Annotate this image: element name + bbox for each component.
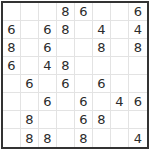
cell-r4c2[interactable] — [21, 57, 39, 75]
cell-r7c1[interactable] — [3, 111, 21, 129]
cell-r6c8[interactable]: 6 — [129, 93, 147, 111]
cell-r8c6[interactable] — [93, 129, 111, 147]
cell-r3c5[interactable] — [75, 39, 93, 57]
cell-r8c5[interactable]: 8 — [75, 129, 93, 147]
puzzle-board: 86666844868864866666468688884 — [1, 1, 149, 149]
cell-r2c6[interactable]: 4 — [93, 21, 111, 39]
cell-r4c4[interactable]: 8 — [57, 57, 75, 75]
cell-r5c1[interactable] — [3, 75, 21, 93]
cell-r6c3[interactable]: 6 — [39, 93, 57, 111]
cell-r5c5[interactable] — [75, 75, 93, 93]
cell-r1c8[interactable]: 6 — [129, 3, 147, 21]
puzzle-page: 86666844868864866666468688884 — [0, 0, 150, 150]
cell-r6c2[interactable] — [21, 93, 39, 111]
cell-r4c1[interactable]: 6 — [3, 57, 21, 75]
cell-r2c4[interactable]: 8 — [57, 21, 75, 39]
cell-r3c1[interactable]: 8 — [3, 39, 21, 57]
cell-r7c2[interactable]: 8 — [21, 111, 39, 129]
cell-r8c2[interactable]: 8 — [21, 129, 39, 147]
cell-r5c4[interactable]: 6 — [57, 75, 75, 93]
cell-r5c3[interactable] — [39, 75, 57, 93]
cell-r4c6[interactable] — [93, 57, 111, 75]
cell-r2c3[interactable]: 6 — [39, 21, 57, 39]
cell-r8c3[interactable]: 8 — [39, 129, 57, 147]
cell-r7c3[interactable] — [39, 111, 57, 129]
cell-r3c4[interactable] — [57, 39, 75, 57]
cell-r5c6[interactable]: 6 — [93, 75, 111, 93]
cell-r3c7[interactable] — [111, 39, 129, 57]
cell-r8c4[interactable] — [57, 129, 75, 147]
cell-r8c8[interactable]: 4 — [129, 129, 147, 147]
cell-r3c8[interactable]: 8 — [129, 39, 147, 57]
cell-r1c5[interactable]: 6 — [75, 3, 93, 21]
cell-r5c7[interactable] — [111, 75, 129, 93]
cell-r7c4[interactable] — [57, 111, 75, 129]
cell-r6c4[interactable] — [57, 93, 75, 111]
cell-r4c5[interactable] — [75, 57, 93, 75]
cell-r7c5[interactable]: 6 — [75, 111, 93, 129]
cell-r4c8[interactable] — [129, 57, 147, 75]
cell-r1c2[interactable] — [21, 3, 39, 21]
cell-r2c5[interactable] — [75, 21, 93, 39]
cell-r8c7[interactable] — [111, 129, 129, 147]
cell-r1c4[interactable]: 8 — [57, 3, 75, 21]
cell-r5c2[interactable]: 6 — [21, 75, 39, 93]
cell-r3c2[interactable] — [21, 39, 39, 57]
cell-r6c6[interactable] — [93, 93, 111, 111]
cell-r2c2[interactable] — [21, 21, 39, 39]
cell-r1c7[interactable] — [111, 3, 129, 21]
cell-r7c8[interactable] — [129, 111, 147, 129]
cell-r6c1[interactable] — [3, 93, 21, 111]
cell-r7c6[interactable]: 8 — [93, 111, 111, 129]
cell-r2c8[interactable]: 4 — [129, 21, 147, 39]
cell-r2c7[interactable] — [111, 21, 129, 39]
cell-r1c6[interactable] — [93, 3, 111, 21]
cell-r5c8[interactable] — [129, 75, 147, 93]
cell-r1c1[interactable] — [3, 3, 21, 21]
cell-r4c7[interactable] — [111, 57, 129, 75]
cell-r4c3[interactable]: 4 — [39, 57, 57, 75]
cell-r1c3[interactable] — [39, 3, 57, 21]
cell-r2c1[interactable]: 6 — [3, 21, 21, 39]
cell-r7c7[interactable] — [111, 111, 129, 129]
cell-r3c3[interactable]: 6 — [39, 39, 57, 57]
cell-r6c7[interactable]: 4 — [111, 93, 129, 111]
cell-r6c5[interactable]: 6 — [75, 93, 93, 111]
cell-r8c1[interactable] — [3, 129, 21, 147]
cell-r3c6[interactable]: 8 — [93, 39, 111, 57]
